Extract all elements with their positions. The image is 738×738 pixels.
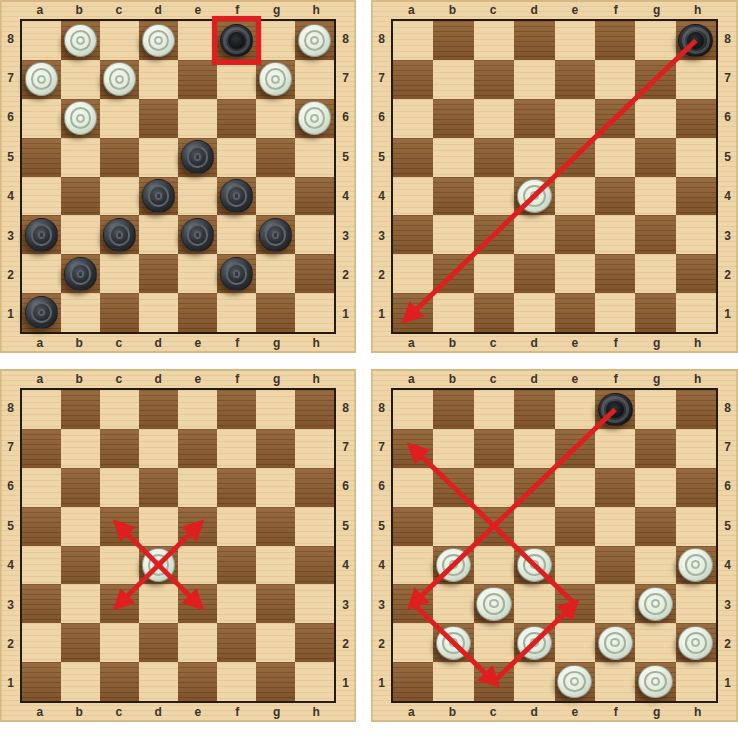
file-label-g: g xyxy=(636,371,677,387)
rank-label-1: 1 xyxy=(718,664,737,703)
square-h5 xyxy=(676,138,716,177)
board-squares xyxy=(391,388,718,703)
square-d8 xyxy=(139,390,178,429)
square-g7 xyxy=(256,429,295,468)
square-d7 xyxy=(514,60,554,99)
white-man-d4 xyxy=(139,546,178,585)
black-piece-disc xyxy=(181,140,215,174)
square-b1 xyxy=(61,293,100,332)
white-man-b6 xyxy=(61,99,100,138)
rank-label-1: 1 xyxy=(1,664,20,703)
file-label-d: d xyxy=(139,335,179,351)
file-label-e: e xyxy=(178,704,218,720)
square-g7 xyxy=(635,60,675,99)
square-c4 xyxy=(474,177,514,216)
board-bottom-left: abcdefgh 87654321 87654321 abcdefgh xyxy=(0,369,356,722)
square-g1 xyxy=(635,293,675,332)
square-a3 xyxy=(393,215,433,254)
square-e1 xyxy=(178,293,217,332)
file-label-f: f xyxy=(595,2,636,18)
square-e7 xyxy=(178,429,217,468)
square-b5 xyxy=(61,138,100,177)
square-e1 xyxy=(555,293,595,332)
file-label-c: c xyxy=(99,371,139,387)
file-label-a: a xyxy=(391,335,432,351)
square-g5 xyxy=(635,138,675,177)
square-f3 xyxy=(595,215,635,254)
rank-label-3: 3 xyxy=(718,585,737,624)
square-b4 xyxy=(61,177,100,216)
rank-labels-right: 87654321 xyxy=(336,388,355,703)
file-label-h: h xyxy=(677,704,718,720)
rank-label-1: 1 xyxy=(718,295,737,334)
square-c1 xyxy=(100,662,139,701)
black-piece-disc xyxy=(64,257,98,291)
square-e5 xyxy=(178,507,217,546)
square-g1 xyxy=(256,662,295,701)
board-squares xyxy=(20,19,336,334)
rank-labels-left: 87654321 xyxy=(372,19,391,334)
rank-label-3: 3 xyxy=(372,585,391,624)
square-b1 xyxy=(433,293,473,332)
square-a4 xyxy=(22,177,61,216)
white-man-b8 xyxy=(61,21,100,60)
rank-label-8: 8 xyxy=(336,19,355,58)
square-h5 xyxy=(295,507,334,546)
square-b7 xyxy=(61,60,100,99)
square-e8 xyxy=(555,390,595,429)
file-label-c: c xyxy=(473,371,514,387)
square-f3 xyxy=(217,584,256,623)
white-piece-disc xyxy=(298,24,332,58)
black-man-a3 xyxy=(22,215,61,254)
rank-label-2: 2 xyxy=(1,624,20,663)
file-label-b: b xyxy=(432,704,473,720)
square-a5 xyxy=(22,138,61,177)
white-man-b4 xyxy=(433,546,473,585)
white-piece-disc xyxy=(678,626,713,660)
square-a8 xyxy=(22,390,61,429)
square-h8 xyxy=(676,390,716,429)
file-label-h: h xyxy=(677,335,718,351)
square-f6 xyxy=(595,468,635,507)
file-label-f: f xyxy=(595,704,636,720)
file-label-h: h xyxy=(297,335,337,351)
white-piece-disc xyxy=(476,587,511,621)
white-piece-disc xyxy=(678,548,713,582)
square-c6 xyxy=(474,468,514,507)
file-label-c: c xyxy=(99,335,139,351)
square-a5 xyxy=(393,138,433,177)
black-man-e5 xyxy=(178,138,217,177)
white-man-d8 xyxy=(139,21,178,60)
white-man-g7 xyxy=(256,60,295,99)
square-d2 xyxy=(139,623,178,662)
file-labels-bottom: abcdefgh xyxy=(20,334,336,352)
black-piece-disc xyxy=(220,24,254,58)
square-g6 xyxy=(256,99,295,138)
file-label-g: g xyxy=(257,335,297,351)
square-f2 xyxy=(595,254,635,293)
square-c4 xyxy=(474,546,514,585)
file-labels-bottom: abcdefgh xyxy=(391,334,718,352)
rank-label-3: 3 xyxy=(1,216,20,255)
square-a5 xyxy=(393,507,433,546)
square-c2 xyxy=(100,254,139,293)
file-label-f: f xyxy=(595,335,636,351)
file-label-h: h xyxy=(297,704,337,720)
file-label-f: f xyxy=(218,704,258,720)
white-piece-disc xyxy=(638,665,673,699)
square-e7 xyxy=(555,429,595,468)
black-man-d4 xyxy=(139,177,178,216)
square-a4 xyxy=(393,177,433,216)
white-piece-disc xyxy=(64,24,98,58)
rank-label-2: 2 xyxy=(372,624,391,663)
square-h2 xyxy=(295,254,334,293)
square-d5 xyxy=(514,138,554,177)
black-man-g3 xyxy=(256,215,295,254)
rank-label-8: 8 xyxy=(372,388,391,427)
square-h3 xyxy=(676,584,716,623)
rank-label-4: 4 xyxy=(336,177,355,216)
square-h6 xyxy=(676,468,716,507)
square-e2 xyxy=(555,254,595,293)
white-piece-disc xyxy=(598,626,633,660)
file-label-d: d xyxy=(514,2,555,18)
file-label-b: b xyxy=(60,2,100,18)
rank-labels-left: 87654321 xyxy=(372,388,391,703)
square-a7 xyxy=(393,429,433,468)
file-label-c: c xyxy=(99,2,139,18)
square-a5 xyxy=(22,507,61,546)
square-d2 xyxy=(139,254,178,293)
square-d6 xyxy=(514,468,554,507)
rank-label-8: 8 xyxy=(1,388,20,427)
rank-label-4: 4 xyxy=(718,177,737,216)
rank-label-6: 6 xyxy=(1,467,20,506)
square-b1 xyxy=(433,662,473,701)
file-label-f: f xyxy=(218,371,258,387)
square-f7 xyxy=(595,60,635,99)
board-squares xyxy=(391,19,718,334)
square-e6 xyxy=(555,468,595,507)
board-frame: abcdefgh 87654321 87654321 abcdefgh xyxy=(372,370,737,721)
square-e4 xyxy=(178,546,217,585)
square-a6 xyxy=(393,99,433,138)
black-piece-disc xyxy=(259,218,293,252)
file-label-d: d xyxy=(514,371,555,387)
rank-label-2: 2 xyxy=(372,255,391,294)
rank-label-4: 4 xyxy=(336,546,355,585)
file-label-g: g xyxy=(257,2,297,18)
file-labels-top: abcdefgh xyxy=(391,370,718,388)
rank-label-7: 7 xyxy=(336,427,355,466)
white-man-d2 xyxy=(514,623,554,662)
square-d6 xyxy=(514,99,554,138)
square-e3 xyxy=(178,584,217,623)
square-c6 xyxy=(474,99,514,138)
black-king-f8 xyxy=(595,390,635,429)
board-squares xyxy=(20,388,336,703)
square-g8 xyxy=(256,390,295,429)
white-piece-disc xyxy=(298,101,332,135)
square-f6 xyxy=(595,99,635,138)
square-d5 xyxy=(514,507,554,546)
square-d3 xyxy=(514,584,554,623)
square-e8 xyxy=(178,390,217,429)
file-label-g: g xyxy=(257,371,297,387)
rank-label-3: 3 xyxy=(336,216,355,255)
square-e3 xyxy=(555,584,595,623)
file-labels-bottom: abcdefgh xyxy=(20,703,336,721)
square-b6 xyxy=(433,99,473,138)
white-man-d4 xyxy=(514,546,554,585)
rank-labels-right: 87654321 xyxy=(718,19,737,334)
rank-label-5: 5 xyxy=(372,137,391,176)
square-c1 xyxy=(474,293,514,332)
rank-label-6: 6 xyxy=(336,98,355,137)
file-label-e: e xyxy=(178,2,218,18)
file-label-h: h xyxy=(297,2,337,18)
checkers-tutorial-page: abcdefgh 87654321 87654321 abcdefgh abcd… xyxy=(0,0,738,738)
file-label-a: a xyxy=(391,371,432,387)
file-label-d: d xyxy=(514,704,555,720)
white-man-f2 xyxy=(595,623,635,662)
square-b1 xyxy=(61,662,100,701)
square-c7 xyxy=(474,60,514,99)
square-g2 xyxy=(256,623,295,662)
square-b8 xyxy=(433,21,473,60)
file-label-a: a xyxy=(20,2,60,18)
square-d5 xyxy=(139,138,178,177)
square-e8 xyxy=(178,21,217,60)
white-piece-disc xyxy=(517,626,552,660)
square-e2 xyxy=(555,623,595,662)
square-c6 xyxy=(100,99,139,138)
square-b4 xyxy=(433,177,473,216)
square-h4 xyxy=(295,546,334,585)
square-f8 xyxy=(217,390,256,429)
square-d7 xyxy=(514,429,554,468)
file-label-g: g xyxy=(636,335,677,351)
white-piece-disc xyxy=(638,587,673,621)
rank-label-7: 7 xyxy=(336,58,355,97)
white-man-d4 xyxy=(514,177,554,216)
square-g3 xyxy=(635,215,675,254)
black-piece-disc xyxy=(25,218,59,252)
file-label-e: e xyxy=(555,371,596,387)
rank-label-6: 6 xyxy=(372,467,391,506)
square-a3 xyxy=(22,584,61,623)
rank-label-4: 4 xyxy=(1,546,20,585)
file-label-d: d xyxy=(514,335,555,351)
square-c5 xyxy=(474,507,514,546)
white-man-a7 xyxy=(22,60,61,99)
rank-label-5: 5 xyxy=(1,506,20,545)
square-e2 xyxy=(178,623,217,662)
black-man-f2 xyxy=(217,254,256,293)
square-h7 xyxy=(676,429,716,468)
file-label-b: b xyxy=(60,335,100,351)
black-king-f8 xyxy=(217,21,256,60)
square-e4 xyxy=(178,177,217,216)
black-man-c3 xyxy=(100,215,139,254)
white-piece-disc xyxy=(259,62,293,96)
square-e6 xyxy=(555,99,595,138)
board-top-left: abcdefgh 87654321 87654321 abcdefgh xyxy=(0,0,356,353)
black-piece-disc xyxy=(678,24,713,58)
square-c8 xyxy=(100,390,139,429)
file-label-d: d xyxy=(139,371,179,387)
rank-label-8: 8 xyxy=(372,19,391,58)
square-a1 xyxy=(393,662,433,701)
square-b4 xyxy=(61,546,100,585)
square-d8 xyxy=(514,390,554,429)
square-a4 xyxy=(393,546,433,585)
black-piece-disc xyxy=(142,179,176,213)
square-f5 xyxy=(217,138,256,177)
square-a8 xyxy=(393,21,433,60)
square-a2 xyxy=(393,623,433,662)
rank-label-8: 8 xyxy=(1,19,20,58)
white-man-h8 xyxy=(295,21,334,60)
square-b3 xyxy=(433,584,473,623)
square-c2 xyxy=(474,254,514,293)
square-f4 xyxy=(595,546,635,585)
square-c2 xyxy=(100,623,139,662)
black-man-b2 xyxy=(61,254,100,293)
square-h1 xyxy=(295,662,334,701)
square-b6 xyxy=(61,468,100,507)
rank-label-1: 1 xyxy=(336,295,355,334)
file-label-a: a xyxy=(20,371,60,387)
square-c1 xyxy=(100,293,139,332)
rank-label-1: 1 xyxy=(372,295,391,334)
white-piece-disc xyxy=(436,626,471,660)
file-label-d: d xyxy=(139,2,179,18)
square-a1 xyxy=(393,293,433,332)
black-man-f4 xyxy=(217,177,256,216)
square-b3 xyxy=(61,584,100,623)
square-a4 xyxy=(22,546,61,585)
square-e5 xyxy=(555,138,595,177)
white-piece-disc xyxy=(557,665,592,699)
file-label-a: a xyxy=(391,704,432,720)
square-h7 xyxy=(295,60,334,99)
file-label-b: b xyxy=(60,704,100,720)
square-e7 xyxy=(555,60,595,99)
rank-label-5: 5 xyxy=(718,137,737,176)
file-label-b: b xyxy=(60,371,100,387)
square-g4 xyxy=(635,546,675,585)
file-label-e: e xyxy=(178,335,218,351)
rank-label-6: 6 xyxy=(372,98,391,137)
square-h5 xyxy=(676,507,716,546)
square-d1 xyxy=(514,662,554,701)
rank-label-7: 7 xyxy=(1,427,20,466)
file-label-h: h xyxy=(297,371,337,387)
file-label-g: g xyxy=(636,2,677,18)
square-g5 xyxy=(256,138,295,177)
square-f7 xyxy=(595,429,635,468)
square-e4 xyxy=(555,177,595,216)
square-g6 xyxy=(635,99,675,138)
square-d8 xyxy=(514,21,554,60)
square-f1 xyxy=(595,293,635,332)
black-piece-disc xyxy=(103,218,137,252)
square-d2 xyxy=(514,254,554,293)
square-c4 xyxy=(100,177,139,216)
square-c4 xyxy=(100,546,139,585)
white-man-h4 xyxy=(676,546,716,585)
file-label-a: a xyxy=(20,335,60,351)
rank-label-7: 7 xyxy=(718,427,737,466)
file-label-e: e xyxy=(555,704,596,720)
rank-label-5: 5 xyxy=(336,506,355,545)
square-grid xyxy=(393,21,716,332)
square-e3 xyxy=(555,215,595,254)
file-label-f: f xyxy=(595,371,636,387)
square-h4 xyxy=(295,177,334,216)
rank-labels-right: 87654321 xyxy=(336,19,355,334)
file-labels-top: abcdefgh xyxy=(20,1,336,19)
square-b5 xyxy=(433,507,473,546)
square-b7 xyxy=(61,429,100,468)
square-h8 xyxy=(295,390,334,429)
rank-label-5: 5 xyxy=(718,506,737,545)
rank-label-6: 6 xyxy=(718,98,737,137)
square-d5 xyxy=(139,507,178,546)
square-g4 xyxy=(256,177,295,216)
rank-label-3: 3 xyxy=(1,585,20,624)
rank-label-2: 2 xyxy=(1,255,20,294)
rank-label-5: 5 xyxy=(372,506,391,545)
board-frame: abcdefgh 87654321 87654321 abcdefgh xyxy=(372,1,737,352)
square-g2 xyxy=(635,623,675,662)
white-piece-disc xyxy=(142,548,176,582)
file-labels-top: abcdefgh xyxy=(20,370,336,388)
square-a7 xyxy=(393,60,433,99)
square-c8 xyxy=(474,390,514,429)
rank-label-7: 7 xyxy=(718,58,737,97)
square-c7 xyxy=(100,429,139,468)
white-man-c3 xyxy=(474,584,514,623)
white-piece-disc xyxy=(25,62,59,96)
black-piece-disc xyxy=(598,393,633,427)
file-label-d: d xyxy=(139,704,179,720)
square-g6 xyxy=(635,468,675,507)
square-d6 xyxy=(139,99,178,138)
rank-label-2: 2 xyxy=(336,624,355,663)
square-h1 xyxy=(676,293,716,332)
white-man-h2 xyxy=(676,623,716,662)
square-f5 xyxy=(217,507,256,546)
rank-labels-right: 87654321 xyxy=(718,388,737,703)
white-man-c7 xyxy=(100,60,139,99)
rank-label-8: 8 xyxy=(336,388,355,427)
square-e6 xyxy=(178,468,217,507)
file-label-e: e xyxy=(178,371,218,387)
square-c7 xyxy=(474,429,514,468)
rank-label-7: 7 xyxy=(372,58,391,97)
white-man-e1 xyxy=(555,662,595,701)
rank-label-3: 3 xyxy=(336,585,355,624)
square-c1 xyxy=(474,662,514,701)
square-c3 xyxy=(474,215,514,254)
black-man-a1 xyxy=(22,293,61,332)
square-g8 xyxy=(635,21,675,60)
